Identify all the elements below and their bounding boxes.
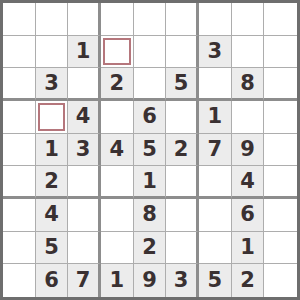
cell-r2c1[interactable]: [3, 36, 36, 69]
cell-r8c2[interactable]: 5: [36, 232, 69, 265]
cell-r4c4[interactable]: [101, 101, 134, 134]
cell-r1c7[interactable]: [199, 3, 232, 36]
cell-r2c4[interactable]: [101, 36, 134, 69]
cell-r6c5[interactable]: 1: [134, 166, 167, 199]
cell-r9c1[interactable]: [3, 264, 36, 297]
cell-r9c7[interactable]: 5: [199, 264, 232, 297]
cell-r3c2[interactable]: 3: [36, 68, 69, 101]
cell-r6c7[interactable]: [199, 166, 232, 199]
sudoku-board: 13325846113452792144865216719352: [0, 0, 300, 300]
cell-r4c1[interactable]: [3, 101, 36, 134]
cell-r6c1[interactable]: [3, 166, 36, 199]
cell-r4c3[interactable]: 4: [68, 101, 101, 134]
cell-r8c3[interactable]: [68, 232, 101, 265]
cell-r6c3[interactable]: [68, 166, 101, 199]
cell-r4c5[interactable]: 6: [134, 101, 167, 134]
cell-r1c6[interactable]: [166, 3, 199, 36]
cell-r1c9[interactable]: [264, 3, 297, 36]
cell-r5c5[interactable]: 5: [134, 134, 167, 167]
cell-r9c4[interactable]: 1: [101, 264, 134, 297]
cell-r6c4[interactable]: [101, 166, 134, 199]
cell-r1c1[interactable]: [3, 3, 36, 36]
cell-r7c4[interactable]: [101, 199, 134, 232]
cell-r7c9[interactable]: [264, 199, 297, 232]
highlight-box: [103, 38, 131, 66]
cell-r7c7[interactable]: [199, 199, 232, 232]
cell-r4c8[interactable]: [232, 101, 265, 134]
cell-r4c7[interactable]: 1: [199, 101, 232, 134]
cell-r3c9[interactable]: [264, 68, 297, 101]
cell-r5c1[interactable]: [3, 134, 36, 167]
cell-r7c8[interactable]: 6: [232, 199, 265, 232]
cell-r9c3[interactable]: 7: [68, 264, 101, 297]
cell-r8c9[interactable]: [264, 232, 297, 265]
cell-r2c9[interactable]: [264, 36, 297, 69]
cell-r7c5[interactable]: 8: [134, 199, 167, 232]
cell-r8c5[interactable]: 2: [134, 232, 167, 265]
cell-r5c8[interactable]: 9: [232, 134, 265, 167]
cell-r8c8[interactable]: 1: [232, 232, 265, 265]
cell-r8c4[interactable]: [101, 232, 134, 265]
cell-r3c4[interactable]: 2: [101, 68, 134, 101]
cell-r1c3[interactable]: [68, 3, 101, 36]
cell-r4c2[interactable]: [36, 101, 69, 134]
cell-r8c6[interactable]: [166, 232, 199, 265]
cell-r2c8[interactable]: [232, 36, 265, 69]
cell-r2c2[interactable]: [36, 36, 69, 69]
cell-r1c8[interactable]: [232, 3, 265, 36]
cell-r6c8[interactable]: 4: [232, 166, 265, 199]
cell-r5c7[interactable]: 7: [199, 134, 232, 167]
cell-r8c1[interactable]: [3, 232, 36, 265]
cell-r7c1[interactable]: [3, 199, 36, 232]
cell-r9c9[interactable]: [264, 264, 297, 297]
cell-r3c8[interactable]: 8: [232, 68, 265, 101]
cell-r6c2[interactable]: 2: [36, 166, 69, 199]
cell-r4c6[interactable]: [166, 101, 199, 134]
sudoku-app: 13325846113452792144865216719352: [0, 0, 300, 300]
cell-r7c3[interactable]: [68, 199, 101, 232]
cell-r2c6[interactable]: [166, 36, 199, 69]
cell-r6c6[interactable]: [166, 166, 199, 199]
cell-r1c4[interactable]: [101, 3, 134, 36]
cell-r8c7[interactable]: [199, 232, 232, 265]
cell-r7c6[interactable]: [166, 199, 199, 232]
cell-r6c9[interactable]: [264, 166, 297, 199]
cell-r5c6[interactable]: 2: [166, 134, 199, 167]
cell-r5c4[interactable]: 4: [101, 134, 134, 167]
cell-r9c8[interactable]: 2: [232, 264, 265, 297]
cell-r3c5[interactable]: [134, 68, 167, 101]
cell-r2c7[interactable]: 3: [199, 36, 232, 69]
cell-r3c7[interactable]: [199, 68, 232, 101]
cell-r1c5[interactable]: [134, 3, 167, 36]
cell-r2c3[interactable]: 1: [68, 36, 101, 69]
highlight-box: [38, 103, 66, 131]
cell-r5c2[interactable]: 1: [36, 134, 69, 167]
cell-r9c5[interactable]: 9: [134, 264, 167, 297]
cell-r3c6[interactable]: 5: [166, 68, 199, 101]
cell-r3c1[interactable]: [3, 68, 36, 101]
cell-r4c9[interactable]: [264, 101, 297, 134]
cell-r9c6[interactable]: 3: [166, 264, 199, 297]
cell-r9c2[interactable]: 6: [36, 264, 69, 297]
cell-r1c2[interactable]: [36, 3, 69, 36]
cell-r5c9[interactable]: [264, 134, 297, 167]
cell-r7c2[interactable]: 4: [36, 199, 69, 232]
cell-r5c3[interactable]: 3: [68, 134, 101, 167]
cell-r3c3[interactable]: [68, 68, 101, 101]
cell-r2c5[interactable]: [134, 36, 167, 69]
